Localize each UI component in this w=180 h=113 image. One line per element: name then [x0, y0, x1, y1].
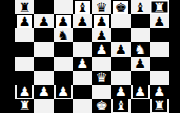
- square-b2[interactable]: ♟: [34, 85, 53, 99]
- piece-black-bishop[interactable]: ♝: [75, 1, 90, 14]
- square-b3[interactable]: [34, 71, 53, 85]
- square-e8[interactable]: ♛: [92, 0, 111, 14]
- piece-black-rook[interactable]: ♜: [17, 1, 32, 14]
- square-a8[interactable]: ♜: [15, 0, 34, 14]
- piece-white-pawn[interactable]: ♟: [113, 85, 128, 98]
- piece-white-pawn[interactable]: ♟: [75, 57, 90, 70]
- square-a2[interactable]: ♟: [15, 85, 34, 99]
- piece-white-pawn[interactable]: ♟: [152, 85, 167, 98]
- square-a3[interactable]: [15, 71, 34, 85]
- square-d2[interactable]: [73, 85, 92, 99]
- piece-black-pawn[interactable]: ♟: [133, 57, 148, 70]
- square-f8[interactable]: ♚: [111, 0, 130, 14]
- square-e6[interactable]: ♟: [92, 28, 111, 42]
- square-a4[interactable]: [15, 57, 34, 71]
- square-h2[interactable]: ♟: [150, 85, 169, 99]
- piece-white-pawn[interactable]: ♟: [94, 43, 109, 56]
- square-g7[interactable]: [131, 14, 150, 28]
- piece-black-queen[interactable]: ♛: [94, 1, 109, 14]
- piece-black-king[interactable]: ♚: [113, 1, 128, 14]
- square-h8[interactable]: ♜: [150, 0, 169, 14]
- piece-black-pawn[interactable]: ♟: [94, 15, 109, 28]
- square-b8[interactable]: [34, 0, 53, 14]
- square-d8[interactable]: ♝: [73, 0, 92, 14]
- square-f2[interactable]: ♟: [111, 85, 130, 99]
- square-a6[interactable]: [15, 28, 34, 42]
- piece-white-pawn[interactable]: ♟: [56, 85, 71, 98]
- square-d6[interactable]: [73, 28, 92, 42]
- piece-white-queen[interactable]: ♛: [94, 71, 109, 84]
- piece-black-bishop[interactable]: ♝: [133, 1, 148, 14]
- chess-game-screen: ♜♝♛♚♝♜♟♟♟♟♟♟♞♟♟♟♞♟♟♛♟♟♟♟♟♟♜♚♝♜: [0, 0, 180, 113]
- piece-white-rook[interactable]: ♜: [17, 99, 32, 112]
- square-c7[interactable]: ♟: [54, 14, 73, 28]
- square-f4[interactable]: [111, 57, 130, 71]
- square-g2[interactable]: ♟: [131, 85, 150, 99]
- piece-white-pawn[interactable]: ♟: [133, 85, 148, 98]
- piece-white-pawn[interactable]: ♟: [17, 85, 32, 98]
- piece-black-knight[interactable]: ♞: [56, 29, 71, 42]
- square-f6[interactable]: [111, 28, 130, 42]
- piece-black-pawn[interactable]: ♟: [56, 15, 71, 28]
- square-c1[interactable]: [54, 99, 73, 113]
- piece-white-bishop[interactable]: ♝: [113, 99, 128, 112]
- piece-white-king[interactable]: ♚: [94, 99, 109, 112]
- square-f5[interactable]: ♟: [111, 42, 130, 56]
- square-g4[interactable]: ♟: [131, 57, 150, 71]
- square-c8[interactable]: [54, 0, 73, 14]
- square-h3[interactable]: [150, 71, 169, 85]
- square-d4[interactable]: ♟: [73, 57, 92, 71]
- piece-black-pawn[interactable]: ♟: [113, 43, 128, 56]
- square-b5[interactable]: [34, 42, 53, 56]
- square-h1[interactable]: ♜: [150, 99, 169, 113]
- square-e5[interactable]: ♟: [92, 42, 111, 56]
- square-b7[interactable]: ♟: [34, 14, 53, 28]
- square-g6[interactable]: [131, 28, 150, 42]
- square-f7[interactable]: [111, 14, 130, 28]
- square-c4[interactable]: [54, 57, 73, 71]
- square-c6[interactable]: ♞: [54, 28, 73, 42]
- piece-white-pawn[interactable]: ♟: [36, 85, 51, 98]
- square-e3[interactable]: ♛: [92, 71, 111, 85]
- square-a7[interactable]: ♟: [15, 14, 34, 28]
- square-f1[interactable]: ♝: [111, 99, 130, 113]
- square-b4[interactable]: [34, 57, 53, 71]
- piece-black-pawn[interactable]: ♟: [152, 15, 167, 28]
- piece-black-pawn[interactable]: ♟: [75, 15, 90, 28]
- square-f3[interactable]: [111, 71, 130, 85]
- square-h7[interactable]: ♟: [150, 14, 169, 28]
- square-d7[interactable]: ♟: [73, 14, 92, 28]
- square-d3[interactable]: [73, 71, 92, 85]
- square-c2[interactable]: ♟: [54, 85, 73, 99]
- square-h6[interactable]: [150, 28, 169, 42]
- square-g3[interactable]: [131, 71, 150, 85]
- square-e1[interactable]: ♚: [92, 99, 111, 113]
- square-b1[interactable]: [34, 99, 53, 113]
- piece-black-rook[interactable]: ♜: [152, 1, 167, 14]
- piece-black-pawn[interactable]: ♟: [36, 15, 51, 28]
- chess-board: ♜♝♛♚♝♜♟♟♟♟♟♟♞♟♟♟♞♟♟♛♟♟♟♟♟♟♜♚♝♜: [15, 0, 169, 113]
- square-e2[interactable]: [92, 85, 111, 99]
- piece-white-rook[interactable]: ♜: [152, 99, 167, 112]
- square-h4[interactable]: [150, 57, 169, 71]
- piece-black-pawn[interactable]: ♟: [17, 15, 32, 28]
- square-h5[interactable]: [150, 42, 169, 56]
- piece-white-knight[interactable]: ♞: [133, 43, 148, 56]
- square-a1[interactable]: ♜: [15, 99, 34, 113]
- square-d1[interactable]: [73, 99, 92, 113]
- square-g5[interactable]: ♞: [131, 42, 150, 56]
- square-d5[interactable]: [73, 42, 92, 56]
- piece-black-pawn[interactable]: ♟: [94, 29, 109, 42]
- square-b6[interactable]: [34, 28, 53, 42]
- square-g1[interactable]: [131, 99, 150, 113]
- square-e4[interactable]: [92, 57, 111, 71]
- square-e7[interactable]: ♟: [92, 14, 111, 28]
- square-c5[interactable]: [54, 42, 73, 56]
- square-g8[interactable]: ♝: [131, 0, 150, 14]
- square-a5[interactable]: [15, 42, 34, 56]
- square-c3[interactable]: [54, 71, 73, 85]
